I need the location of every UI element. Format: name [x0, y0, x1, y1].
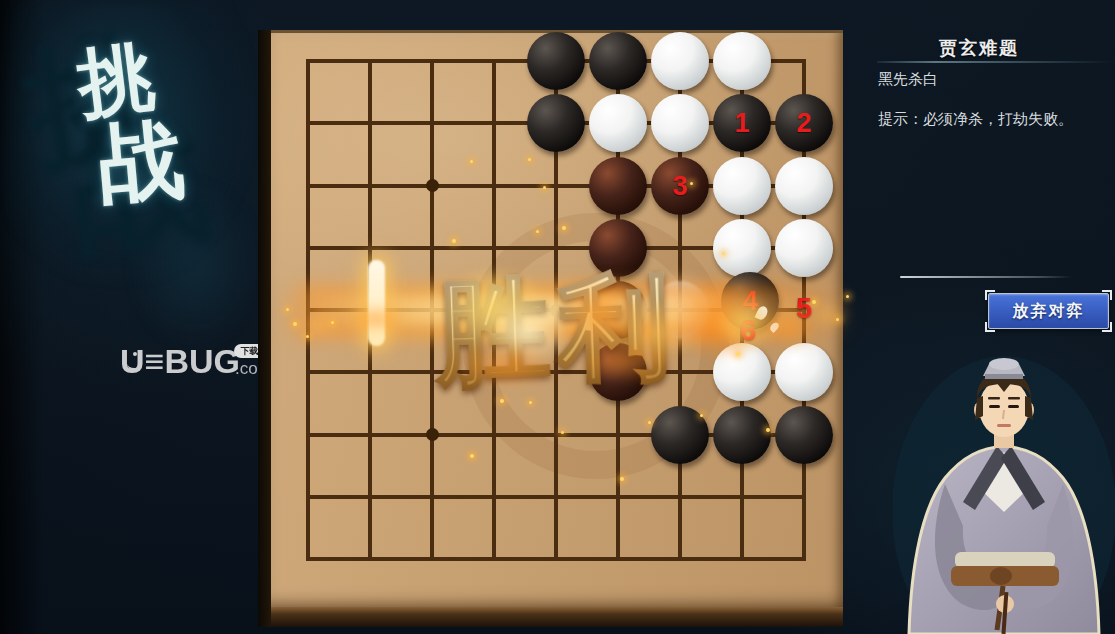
move-number-label: 2 — [775, 94, 833, 152]
white-stone — [651, 94, 709, 152]
calligraphy-char2: 战 — [93, 100, 189, 224]
button-corner-ornament — [1102, 290, 1112, 300]
panel-divider — [900, 276, 1072, 278]
watermark-e: ≡ — [145, 342, 165, 380]
watermark-u: U — [120, 342, 145, 381]
star-point — [426, 428, 439, 441]
white-stone — [589, 94, 647, 152]
waist-sash — [955, 552, 1055, 568]
board-grid[interactable]: 1234 — [308, 61, 804, 559]
board-edge-left — [258, 30, 271, 627]
eye — [1008, 405, 1019, 408]
white-stone — [713, 219, 771, 277]
puzzle-task-text: 黑先杀白 — [878, 70, 938, 89]
eyebrow — [1008, 397, 1020, 400]
ghost-white-stone — [651, 281, 709, 339]
watermark-letters: U≡BUG — [120, 342, 240, 381]
black-stone — [651, 406, 709, 464]
button-corner-ornament — [1102, 322, 1112, 332]
white-stone — [713, 32, 771, 90]
grid-line-horizontal — [306, 495, 806, 499]
eyebrow — [988, 397, 1000, 400]
abandon-game-button[interactable]: 放弃对弈 — [988, 293, 1109, 329]
black-stone: 2 — [775, 94, 833, 152]
game-screen: 挑 战 挑 战 U≡BUG 下载站 .com 1234 胜 利 56 贾玄难题 … — [0, 0, 1115, 634]
board-edge-bottom — [271, 607, 843, 627]
white-stone — [713, 157, 771, 215]
grid-line-horizontal — [306, 557, 806, 561]
button-corner-ornament — [985, 290, 995, 300]
puzzle-title: 贾玄难题 — [843, 36, 1115, 60]
black-stone — [589, 157, 647, 215]
black-stone — [775, 406, 833, 464]
black-stone — [589, 343, 647, 401]
smiley-smile-icon — [127, 356, 142, 371]
move-number-label: 1 — [713, 94, 771, 152]
black-stone — [589, 32, 647, 90]
puzzle-info-panel: 贾玄难题 黑先杀白 提示：必须净杀，打劫失败。 放弃对弈 — [843, 0, 1115, 360]
star-point — [426, 179, 439, 192]
black-stone: 4 — [721, 272, 779, 330]
black-stone — [589, 281, 647, 339]
go-board[interactable]: 1234 — [258, 30, 843, 627]
white-stone — [775, 343, 833, 401]
mouth — [997, 424, 1011, 427]
npc-portrait — [893, 356, 1115, 634]
hat-top — [989, 358, 1019, 370]
black-stone — [713, 406, 771, 464]
challenge-calligraphy: 挑 战 挑 战 — [0, 0, 260, 300]
eye — [989, 405, 1000, 408]
black-stone — [527, 94, 585, 152]
black-stone: 1 — [713, 94, 771, 152]
nose — [1003, 410, 1004, 419]
white-stone — [775, 157, 833, 215]
title-underline — [877, 61, 1113, 63]
move-number-label: 4 — [721, 272, 779, 330]
white-stone — [713, 343, 771, 401]
abandon-button-label: 放弃对弈 — [1013, 301, 1085, 322]
white-stone — [651, 32, 709, 90]
black-stone — [589, 219, 647, 277]
puzzle-hint-text: 提示：必须净杀，打劫失败。 — [878, 108, 1106, 129]
black-stone: 3 — [651, 157, 709, 215]
belt-knot — [990, 567, 1012, 585]
star-point — [550, 304, 563, 317]
move-number-label: 3 — [651, 157, 709, 215]
white-stone — [775, 219, 833, 277]
black-stone — [527, 32, 585, 90]
watermark-rest: BUG — [164, 342, 240, 380]
button-corner-ornament — [985, 322, 995, 332]
hat-band — [985, 374, 1023, 379]
